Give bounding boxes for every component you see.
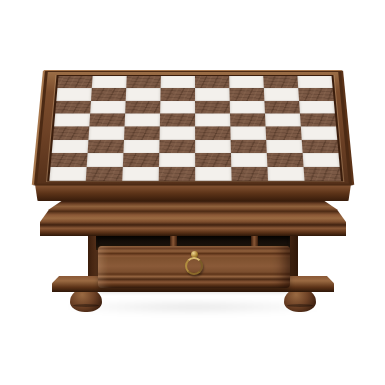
- board-square[interactable]: [125, 101, 160, 114]
- board-square[interactable]: [195, 167, 231, 181]
- board-square[interactable]: [230, 126, 266, 139]
- board-square[interactable]: [265, 113, 301, 126]
- board-square[interactable]: [195, 140, 231, 153]
- board-square[interactable]: [299, 101, 335, 114]
- drawer-ring-pull-handle[interactable]: [185, 257, 203, 275]
- board-square[interactable]: [91, 88, 126, 101]
- board-square[interactable]: [267, 167, 304, 181]
- board-square[interactable]: [56, 88, 91, 101]
- board-square[interactable]: [86, 167, 123, 181]
- board-square[interactable]: [195, 101, 230, 114]
- board-square[interactable]: [266, 140, 302, 153]
- board-square[interactable]: [297, 76, 332, 88]
- board-square[interactable]: [304, 167, 341, 181]
- board-grid: [49, 76, 341, 181]
- board-square[interactable]: [267, 153, 304, 167]
- board-square[interactable]: [264, 101, 300, 114]
- board-square[interactable]: [266, 126, 302, 139]
- board-square[interactable]: [195, 126, 231, 139]
- board-square[interactable]: [90, 101, 126, 114]
- board-square[interactable]: [300, 113, 336, 126]
- board-square[interactable]: [161, 76, 195, 88]
- board-square[interactable]: [231, 140, 267, 153]
- board-frame-front-edge: [35, 184, 351, 201]
- board-square[interactable]: [122, 167, 159, 181]
- board-square[interactable]: [302, 140, 339, 153]
- board-square[interactable]: [195, 88, 230, 101]
- board-square[interactable]: [53, 126, 89, 139]
- board-square[interactable]: [231, 153, 267, 167]
- board-square[interactable]: [159, 167, 195, 181]
- board-square[interactable]: [51, 153, 88, 167]
- board-frame: [32, 70, 355, 186]
- board-square[interactable]: [195, 153, 231, 167]
- board-square[interactable]: [55, 101, 91, 114]
- product-photo-scene: [0, 0, 385, 385]
- board-square[interactable]: [263, 76, 298, 88]
- board-square[interactable]: [88, 140, 124, 153]
- board-square[interactable]: [159, 153, 195, 167]
- board-square[interactable]: [230, 113, 266, 126]
- board-square[interactable]: [231, 167, 268, 181]
- board-square[interactable]: [89, 113, 125, 126]
- board-square[interactable]: [195, 113, 230, 126]
- board-square[interactable]: [160, 113, 195, 126]
- board-square[interactable]: [49, 167, 86, 181]
- board-square[interactable]: [229, 88, 264, 101]
- board-square[interactable]: [229, 76, 264, 88]
- board-square[interactable]: [52, 140, 89, 153]
- board-square[interactable]: [57, 76, 92, 88]
- board-square[interactable]: [301, 126, 337, 139]
- board-square[interactable]: [160, 126, 196, 139]
- crown-moulding: [40, 199, 346, 236]
- board-square[interactable]: [230, 101, 265, 114]
- board-square[interactable]: [92, 76, 127, 88]
- board-square[interactable]: [160, 88, 195, 101]
- board-square[interactable]: [87, 153, 124, 167]
- board-square[interactable]: [123, 140, 159, 153]
- storage-drawer[interactable]: [98, 246, 290, 288]
- board-square[interactable]: [125, 113, 161, 126]
- board-square[interactable]: [54, 113, 90, 126]
- board-square[interactable]: [159, 140, 195, 153]
- board-square[interactable]: [195, 76, 229, 88]
- board-square[interactable]: [264, 88, 299, 101]
- board-square[interactable]: [88, 126, 124, 139]
- board-square[interactable]: [126, 88, 161, 101]
- board-square[interactable]: [123, 153, 159, 167]
- board-square[interactable]: [303, 153, 340, 167]
- board-square[interactable]: [124, 126, 160, 139]
- chess-board: [32, 70, 355, 186]
- board-square[interactable]: [160, 101, 195, 114]
- board-square[interactable]: [126, 76, 161, 88]
- board-square[interactable]: [298, 88, 334, 101]
